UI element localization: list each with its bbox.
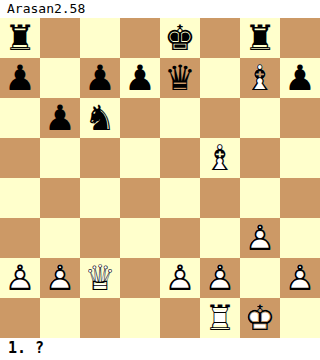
square-c7[interactable]: ♟	[80, 58, 120, 98]
move-prompt: 1. ?	[0, 338, 320, 360]
chess-board: ♜♚♜♟♟♟♛♝♗♟♟♞♝♗♟♙♟♙♟♙♛♕♟♙♟♙♟♙♜♖♚♔	[0, 18, 320, 338]
white-pawn-fill: ♟	[240, 218, 280, 258]
white-king-piece: ♔	[240, 298, 280, 338]
white-pawn-fill: ♟	[280, 258, 320, 298]
square-a1[interactable]	[0, 298, 40, 338]
square-c4[interactable]	[80, 178, 120, 218]
square-e5[interactable]	[160, 138, 200, 178]
square-e2[interactable]: ♟♙	[160, 258, 200, 298]
black-king-piece: ♚	[160, 18, 200, 58]
square-a3[interactable]	[0, 218, 40, 258]
white-king-fill: ♚	[240, 298, 280, 338]
square-b7[interactable]	[40, 58, 80, 98]
square-c6[interactable]: ♞	[80, 98, 120, 138]
square-c8[interactable]	[80, 18, 120, 58]
white-pawn-piece: ♙	[0, 258, 40, 298]
white-queen-fill: ♛	[80, 258, 120, 298]
square-a5[interactable]	[0, 138, 40, 178]
square-g6[interactable]	[240, 98, 280, 138]
square-g3[interactable]: ♟♙	[240, 218, 280, 258]
square-c1[interactable]	[80, 298, 120, 338]
square-g1[interactable]: ♚♔	[240, 298, 280, 338]
square-h5[interactable]	[280, 138, 320, 178]
chess-diagram: Arasan2.58 ♜♚♜♟♟♟♛♝♗♟♟♞♝♗♟♙♟♙♟♙♛♕♟♙♟♙♟♙♜…	[0, 0, 320, 360]
square-h7[interactable]: ♟	[280, 58, 320, 98]
square-a4[interactable]	[0, 178, 40, 218]
square-b3[interactable]	[40, 218, 80, 258]
black-knight-piece: ♞	[80, 98, 120, 138]
square-f4[interactable]	[200, 178, 240, 218]
square-a7[interactable]: ♟	[0, 58, 40, 98]
square-c5[interactable]	[80, 138, 120, 178]
square-e6[interactable]	[160, 98, 200, 138]
square-h2[interactable]: ♟♙	[280, 258, 320, 298]
square-f1[interactable]: ♜♖	[200, 298, 240, 338]
square-b4[interactable]	[40, 178, 80, 218]
square-a6[interactable]	[0, 98, 40, 138]
square-h8[interactable]	[280, 18, 320, 58]
white-rook-piece: ♖	[200, 298, 240, 338]
white-pawn-piece: ♙	[40, 258, 80, 298]
square-d7[interactable]: ♟	[120, 58, 160, 98]
white-pawn-fill: ♟	[40, 258, 80, 298]
white-pawn-fill: ♟	[160, 258, 200, 298]
square-c2[interactable]: ♛♕	[80, 258, 120, 298]
square-d3[interactable]	[120, 218, 160, 258]
square-d1[interactable]	[120, 298, 160, 338]
square-e3[interactable]	[160, 218, 200, 258]
square-g4[interactable]	[240, 178, 280, 218]
square-e7[interactable]: ♛	[160, 58, 200, 98]
white-pawn-piece: ♙	[200, 258, 240, 298]
white-bishop-fill: ♝	[240, 58, 280, 98]
square-f2[interactable]: ♟♙	[200, 258, 240, 298]
square-b6[interactable]: ♟	[40, 98, 80, 138]
square-f8[interactable]	[200, 18, 240, 58]
white-queen-piece: ♕	[80, 258, 120, 298]
square-b8[interactable]	[40, 18, 80, 58]
square-d2[interactable]	[120, 258, 160, 298]
square-e8[interactable]: ♚	[160, 18, 200, 58]
square-d4[interactable]	[120, 178, 160, 218]
white-pawn-piece: ♙	[240, 218, 280, 258]
square-a2[interactable]: ♟♙	[0, 258, 40, 298]
white-bishop-piece: ♗	[200, 138, 240, 178]
square-g2[interactable]	[240, 258, 280, 298]
black-rook-piece: ♜	[0, 18, 40, 58]
square-f5[interactable]: ♝♗	[200, 138, 240, 178]
square-h4[interactable]	[280, 178, 320, 218]
square-b2[interactable]: ♟♙	[40, 258, 80, 298]
square-g7[interactable]: ♝♗	[240, 58, 280, 98]
white-pawn-piece: ♙	[160, 258, 200, 298]
white-rook-fill: ♜	[200, 298, 240, 338]
black-pawn-piece: ♟	[120, 58, 160, 98]
black-pawn-piece: ♟	[0, 58, 40, 98]
square-e4[interactable]	[160, 178, 200, 218]
white-bishop-piece: ♗	[240, 58, 280, 98]
square-h1[interactable]	[280, 298, 320, 338]
square-e1[interactable]	[160, 298, 200, 338]
white-pawn-fill: ♟	[200, 258, 240, 298]
white-pawn-fill: ♟	[0, 258, 40, 298]
square-d6[interactable]	[120, 98, 160, 138]
square-h6[interactable]	[280, 98, 320, 138]
square-a8[interactable]: ♜	[0, 18, 40, 58]
engine-title: Arasan2.58	[0, 0, 320, 18]
square-b5[interactable]	[40, 138, 80, 178]
square-h3[interactable]	[280, 218, 320, 258]
black-queen-piece: ♛	[160, 58, 200, 98]
black-pawn-piece: ♟	[80, 58, 120, 98]
square-c3[interactable]	[80, 218, 120, 258]
square-d5[interactable]	[120, 138, 160, 178]
white-bishop-fill: ♝	[200, 138, 240, 178]
square-f3[interactable]	[200, 218, 240, 258]
black-pawn-piece: ♟	[40, 98, 80, 138]
square-g8[interactable]: ♜	[240, 18, 280, 58]
square-g5[interactable]	[240, 138, 280, 178]
white-pawn-piece: ♙	[280, 258, 320, 298]
black-rook-piece: ♜	[240, 18, 280, 58]
square-f7[interactable]	[200, 58, 240, 98]
square-f6[interactable]	[200, 98, 240, 138]
square-d8[interactable]	[120, 18, 160, 58]
square-b1[interactable]	[40, 298, 80, 338]
black-pawn-piece: ♟	[280, 58, 320, 98]
